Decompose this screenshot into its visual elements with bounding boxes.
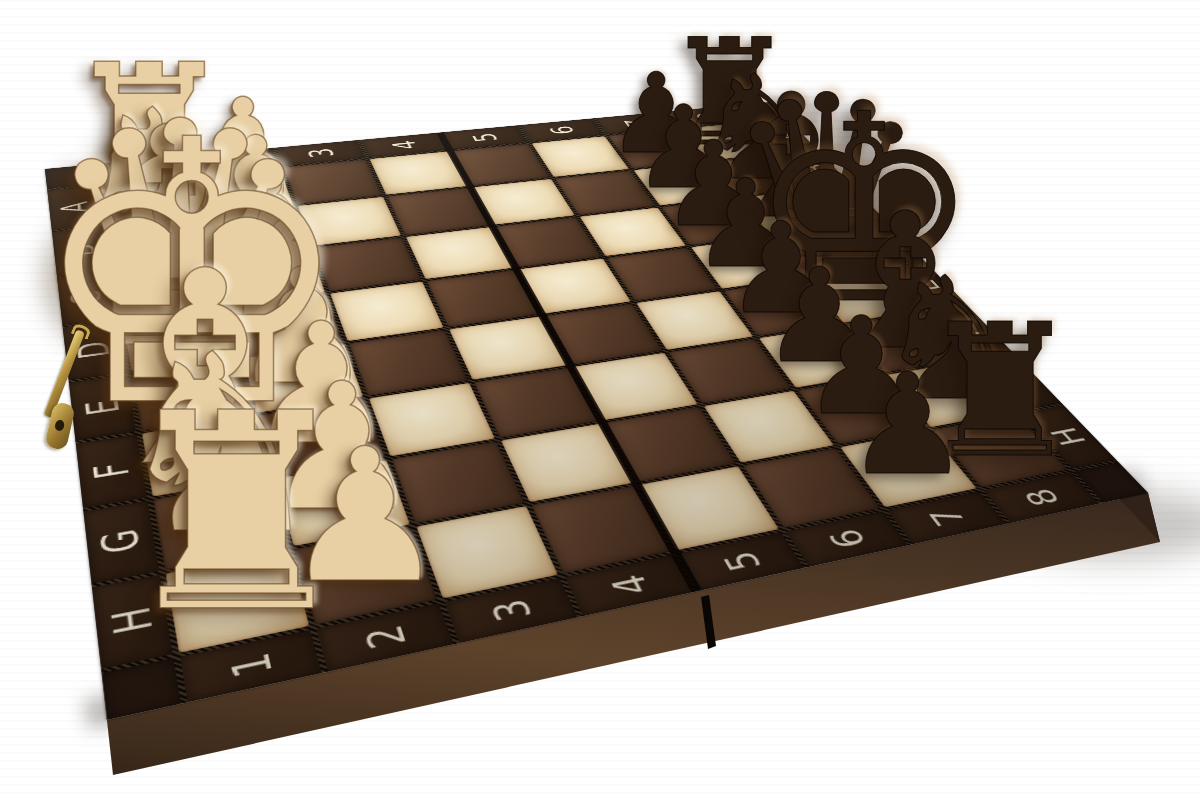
pieces-layer: ♜♟♟♜♞♟♟♞♝♟♟♝♛♟♟♛♚♟♟♚♝♟♟♝♞♟♟♞♜♟♟♜	[0, 0, 1200, 799]
piece-wR-h1[interactable]: ♜	[115, 377, 359, 649]
piece-bP-h7[interactable]: ♟	[845, 355, 970, 495]
photo-scene: 12345678AABBCCDDEEFFGGHH12345678 ♜♟♟♜♞♟♟…	[0, 0, 1200, 799]
brass-clasp	[18, 323, 90, 461]
